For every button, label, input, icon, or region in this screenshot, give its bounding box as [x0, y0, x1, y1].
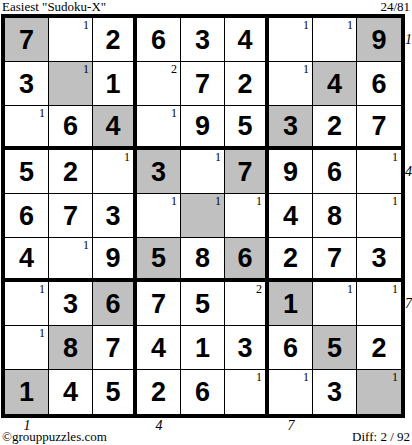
cell-value: 6 [283, 334, 298, 362]
cell-r4c1[interactable]: 5 [5, 150, 49, 194]
cell-r1c5[interactable]: 3 [181, 18, 225, 62]
cell-r3c4[interactable]: 1 [137, 106, 181, 150]
pencil-mark: 1 [124, 150, 130, 164]
cell-value: 3 [237, 334, 252, 362]
footer: ©grouppuzzles.com Diff: 2 / 92 [2, 430, 410, 444]
cell-r2c4[interactable]: 2 [137, 62, 181, 106]
pencil-mark: 1 [347, 282, 353, 296]
cell-r4c4[interactable]: 3 [137, 150, 181, 194]
cell-value: 2 [283, 244, 298, 272]
pencil-mark: 1 [39, 106, 45, 120]
cell-value: 8 [195, 244, 210, 272]
cell-r8c4[interactable]: 4 [137, 326, 181, 370]
cell-value: 6 [105, 290, 120, 318]
cell-r9c2[interactable]: 4 [49, 370, 93, 414]
cell-value: 2 [63, 158, 78, 186]
cell-r7c6[interactable]: 2 [225, 282, 269, 326]
cell-value: 4 [63, 378, 78, 406]
cell-value: 3 [105, 202, 120, 230]
cell-r2c8[interactable]: 4 [313, 62, 357, 106]
cell-value: 1 [283, 290, 298, 318]
cell-r1c9[interactable]: 9 [357, 18, 401, 62]
cell-value: 6 [151, 26, 166, 54]
cell-r4c7[interactable]: 9 [269, 150, 313, 194]
cell-r3c9[interactable]: 7 [357, 106, 401, 150]
cell-r6c4[interactable]: 5 [137, 238, 181, 282]
row-label-4: 4 [405, 164, 412, 180]
pencil-mark: 1 [303, 62, 309, 76]
cell-r4c5[interactable]: 1 [181, 150, 225, 194]
pencil-mark: 1 [392, 150, 398, 164]
pencil-mark: 1 [303, 370, 309, 384]
cell-r2c1[interactable]: 3 [5, 62, 49, 106]
cell-value: 6 [195, 378, 210, 406]
pencil-mark: 1 [215, 150, 221, 164]
cell-r9c1[interactable]: 1 [5, 370, 49, 414]
cell-r1c1[interactable]: 7 [5, 18, 49, 62]
cell-value: 7 [195, 70, 210, 98]
cell-value: 3 [371, 244, 386, 272]
cell-r7c9[interactable]: 1 [357, 282, 401, 326]
cell-value: 2 [237, 70, 252, 98]
cell-value: 7 [19, 26, 34, 54]
cell-value: 1 [19, 378, 34, 406]
cell-r3c3[interactable]: 4 [93, 106, 137, 150]
cell-value: 3 [151, 158, 166, 186]
cell-r8c5[interactable]: 1 [181, 326, 225, 370]
cell-r6c1[interactable]: 4 [5, 238, 49, 282]
pencil-mark: 1 [303, 18, 309, 32]
cell-r9c7[interactable]: 1 [269, 370, 313, 414]
cell-r8c3[interactable]: 7 [93, 326, 137, 370]
cell-r7c5[interactable]: 5 [181, 282, 225, 326]
pencil-mark: 1 [83, 18, 89, 32]
pencil-mark: 1 [392, 194, 398, 208]
pencil-mark: 1 [83, 62, 89, 76]
cell-value: 5 [105, 378, 120, 406]
cell-value: 4 [237, 26, 252, 54]
cell-value: 3 [195, 26, 210, 54]
cell-value: 9 [105, 244, 120, 272]
pencil-mark: 1 [39, 282, 45, 296]
cell-r3c2[interactable]: 6 [49, 106, 93, 150]
pencil-mark: 1 [215, 194, 221, 208]
cell-value: 5 [151, 244, 166, 272]
cell-r7c2[interactable]: 3 [49, 282, 93, 326]
cell-r8c9[interactable]: 2 [357, 326, 401, 370]
cell-r2c7[interactable]: 1 [269, 62, 313, 106]
cell-r2c6[interactable]: 2 [225, 62, 269, 106]
cell-r5c1[interactable]: 6 [5, 194, 49, 238]
cell-r4c9[interactable]: 1 [357, 150, 401, 194]
cell-r9c8[interactable]: 3 [313, 370, 357, 414]
title-bar: Easiest "Sudoku-X" 24/81 [2, 0, 410, 14]
cell-value: 6 [63, 112, 78, 140]
cell-value: 7 [63, 202, 78, 230]
cell-r6c5[interactable]: 8 [181, 238, 225, 282]
cell-r8c6[interactable]: 3 [225, 326, 269, 370]
cell-value: 4 [19, 244, 34, 272]
pencil-mark: 1 [83, 238, 89, 252]
cell-value: 4 [327, 70, 342, 98]
cell-r9c9[interactable]: 1 [357, 370, 401, 414]
cell-value: 4 [283, 202, 298, 230]
cell-r3c6[interactable]: 5 [225, 106, 269, 150]
cell-r4c8[interactable]: 6 [313, 150, 357, 194]
cell-r6c6[interactable]: 6 [225, 238, 269, 282]
pencil-mark: 1 [171, 194, 177, 208]
pencil-mark: 1 [392, 282, 398, 296]
cell-r1c4[interactable]: 6 [137, 18, 181, 62]
pencil-mark: 1 [256, 194, 262, 208]
cell-r5c7[interactable]: 4 [269, 194, 313, 238]
cell-r5c2[interactable]: 7 [49, 194, 93, 238]
cell-r5c4[interactable]: 1 [137, 194, 181, 238]
cell-r9c4[interactable]: 2 [137, 370, 181, 414]
cell-value: 2 [371, 334, 386, 362]
cell-value: 6 [371, 70, 386, 98]
cell-r2c3[interactable]: 1 [93, 62, 137, 106]
cell-r8c8[interactable]: 5 [313, 326, 357, 370]
cell-r1c2[interactable]: 1 [49, 18, 93, 62]
cell-r2c5[interactable]: 7 [181, 62, 225, 106]
cell-value: 5 [237, 112, 252, 140]
cell-value: 5 [19, 158, 34, 186]
cell-r7c1[interactable]: 1 [5, 282, 49, 326]
cell-value: 2 [105, 26, 120, 54]
cell-r5c6[interactable]: 1 [225, 194, 269, 238]
cell-r9c6[interactable]: 1 [225, 370, 269, 414]
cell-r2c9[interactable]: 6 [357, 62, 401, 106]
cell-value: 1 [105, 70, 120, 98]
cell-value: 4 [105, 112, 120, 140]
cell-value: 9 [283, 158, 298, 186]
cell-r9c3[interactable]: 5 [93, 370, 137, 414]
pencil-mark: 1 [392, 370, 398, 384]
difficulty-text: Diff: 2 / 92 [352, 430, 410, 444]
cell-value: 3 [283, 112, 298, 140]
cell-r3c8[interactable]: 2 [313, 106, 357, 150]
row-label-7: 7 [405, 296, 412, 312]
cell-r1c3[interactable]: 2 [93, 18, 137, 62]
cell-r3c7[interactable]: 3 [269, 106, 313, 150]
cell-value: 8 [327, 202, 342, 230]
cell-value: 5 [195, 290, 210, 318]
cell-r4c6[interactable]: 7 [225, 150, 269, 194]
cell-value: 6 [237, 244, 252, 272]
cell-value: 7 [151, 290, 166, 318]
cell-value: 7 [371, 112, 386, 140]
copyright-text: ©grouppuzzles.com [2, 430, 107, 444]
pencil-mark: 2 [171, 62, 177, 76]
cell-r8c2[interactable]: 8 [49, 326, 93, 370]
cell-r8c1[interactable]: 1 [5, 326, 49, 370]
cell-value: 9 [195, 112, 210, 140]
cell-r1c6[interactable]: 4 [225, 18, 269, 62]
cell-r1c8[interactable]: 1 [313, 18, 357, 62]
cell-r9c5[interactable]: 6 [181, 370, 225, 414]
cell-r4c2[interactable]: 2 [49, 150, 93, 194]
cell-r5c8[interactable]: 8 [313, 194, 357, 238]
cell-r5c9[interactable]: 1 [357, 194, 401, 238]
cell-value: 6 [19, 202, 34, 230]
cell-r2c2[interactable]: 1 [49, 62, 93, 106]
pencil-mark: 1 [39, 326, 45, 340]
cell-value: 5 [327, 334, 342, 362]
pencil-mark: 2 [256, 282, 262, 296]
cell-r5c5[interactable]: 1 [181, 194, 225, 238]
cell-value: 6 [327, 158, 342, 186]
puzzle-title: Easiest "Sudoku-X" [2, 0, 106, 14]
pencil-mark: 1 [256, 370, 262, 384]
cell-r7c3[interactable]: 6 [93, 282, 137, 326]
cell-r1c7[interactable]: 1 [269, 18, 313, 62]
cell-value: 3 [327, 378, 342, 406]
cell-r3c1[interactable]: 1 [5, 106, 49, 150]
cell-value: 7 [105, 334, 120, 362]
cell-r6c9[interactable]: 3 [357, 238, 401, 282]
cell-value: 3 [19, 70, 34, 98]
cell-r5c3[interactable]: 3 [93, 194, 137, 238]
cell-r4c3[interactable]: 1 [93, 150, 137, 194]
cell-r6c2[interactable]: 1 [49, 238, 93, 282]
progress-counter: 24/81 [380, 0, 410, 14]
cell-value: 4 [151, 334, 166, 362]
cell-r8c7[interactable]: 6 [269, 326, 313, 370]
cell-value: 2 [327, 112, 342, 140]
cell-r3c5[interactable]: 9 [181, 106, 225, 150]
sudoku-board: 7126341193112721461641953275213179616731… [1, 14, 405, 418]
cell-r6c3[interactable]: 9 [93, 238, 137, 282]
cell-value: 3 [63, 290, 78, 318]
cell-r6c8[interactable]: 7 [313, 238, 357, 282]
cell-value: 7 [237, 158, 252, 186]
cell-r7c4[interactable]: 7 [137, 282, 181, 326]
pencil-mark: 1 [347, 18, 353, 32]
cell-value: 7 [327, 244, 342, 272]
pencil-mark: 1 [171, 106, 177, 120]
cell-r6c7[interactable]: 2 [269, 238, 313, 282]
cell-r7c8[interactable]: 1 [313, 282, 357, 326]
cell-value: 2 [151, 378, 166, 406]
cell-r7c7[interactable]: 1 [269, 282, 313, 326]
cell-value: 1 [195, 334, 210, 362]
cell-value: 9 [371, 26, 386, 54]
row-label-1: 1 [405, 32, 412, 48]
cell-value: 8 [63, 334, 78, 362]
